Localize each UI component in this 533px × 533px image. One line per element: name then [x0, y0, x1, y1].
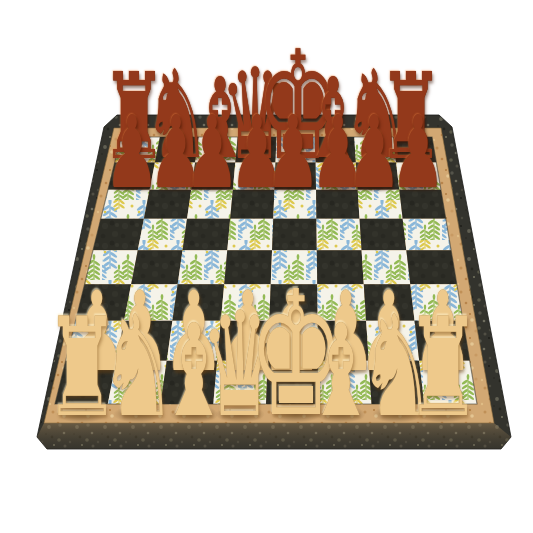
- square-h5[interactable]: [403, 219, 451, 250]
- board-photo: ♜♞♝♛♚♝♞♜♟♟♟♟♟♟♟♟♟♟♟♟♟♟♟♟♜♞♝♛♚♝♞♜: [0, 0, 533, 533]
- square-a5[interactable]: [93, 219, 144, 250]
- square-b5[interactable]: [138, 219, 187, 250]
- square-c5[interactable]: [183, 219, 231, 250]
- piece-white-rook-h1[interactable]: ♜: [405, 300, 481, 437]
- square-d5[interactable]: [227, 219, 273, 250]
- square-f5[interactable]: [316, 219, 361, 250]
- piece-black-pawn-h7[interactable]: ♟: [390, 103, 446, 203]
- square-g5[interactable]: [360, 219, 407, 250]
- square-e5[interactable]: [272, 219, 317, 250]
